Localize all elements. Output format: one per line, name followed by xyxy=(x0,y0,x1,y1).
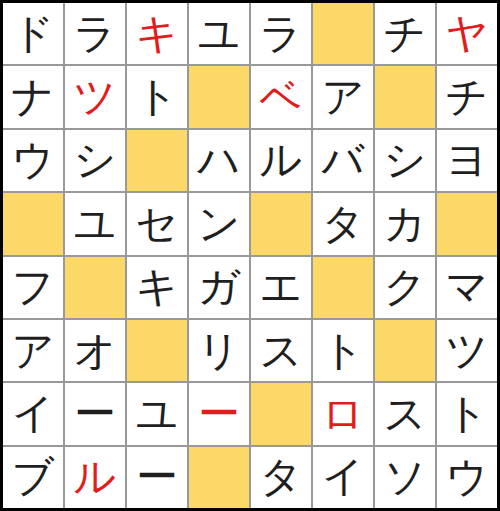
cell-r4c2[interactable]: ユ xyxy=(65,193,125,254)
cell-r1c2[interactable]: ラ xyxy=(65,3,125,64)
cell-r3c7[interactable]: シ xyxy=(375,130,435,191)
cell-r8c3[interactable]: ー xyxy=(127,447,187,508)
cell-letter: ア xyxy=(12,330,55,372)
cell-r2c4 xyxy=(189,66,249,127)
cell-letter: チ xyxy=(384,13,427,55)
cell-r6c5[interactable]: ス xyxy=(251,320,311,381)
cell-letter: ト xyxy=(322,330,365,372)
cell-r5c7[interactable]: ク xyxy=(375,257,435,318)
cell-r3c6[interactable]: バ xyxy=(313,130,373,191)
cell-r5c1[interactable]: フ xyxy=(3,257,63,318)
cell-letter: ブ xyxy=(12,456,55,498)
cell-r6c7 xyxy=(375,320,435,381)
cell-letter: キ xyxy=(136,266,179,308)
cell-letter: キ xyxy=(136,13,179,55)
cell-letter: ロ xyxy=(322,393,365,435)
crossword-board: ドラキユラチヤナツトベアチウシハルバシヨユセンタカフキガエクマアオリストツイーユ… xyxy=(0,0,500,511)
cell-r1c7[interactable]: チ xyxy=(375,3,435,64)
cell-letter: ソ xyxy=(384,456,427,498)
cell-r5c8[interactable]: マ xyxy=(437,257,497,318)
cell-letter: エ xyxy=(260,266,303,308)
cell-letter: ハ xyxy=(198,139,241,181)
cell-r2c3[interactable]: ト xyxy=(127,66,187,127)
cell-r1c6 xyxy=(313,3,373,64)
cell-letter: シ xyxy=(384,139,427,181)
cell-r7c3[interactable]: ユ xyxy=(127,383,187,444)
cell-letter: ラ xyxy=(260,13,303,55)
cell-letter: ガ xyxy=(198,266,241,308)
cell-letter: ト xyxy=(136,76,179,118)
cell-r7c4[interactable]: ー xyxy=(189,383,249,444)
cell-r5c2 xyxy=(65,257,125,318)
cell-letter: リ xyxy=(198,330,241,372)
cell-r3c3 xyxy=(127,130,187,191)
cell-r6c6[interactable]: ト xyxy=(313,320,373,381)
cell-r6c4[interactable]: リ xyxy=(189,320,249,381)
cell-letter: ウ xyxy=(12,139,55,181)
cell-letter: ナ xyxy=(12,76,55,118)
cell-letter: ー xyxy=(198,393,240,435)
cell-r6c2[interactable]: オ xyxy=(65,320,125,381)
cell-letter: ヨ xyxy=(446,139,489,181)
cell-letter: ド xyxy=(12,13,55,55)
cell-r1c1[interactable]: ド xyxy=(3,3,63,64)
cell-r6c8[interactable]: ツ xyxy=(437,320,497,381)
cell-letter: ン xyxy=(198,203,241,245)
cell-r8c5[interactable]: タ xyxy=(251,447,311,508)
cell-letter: シ xyxy=(74,139,117,181)
cell-letter: ユ xyxy=(74,203,117,245)
cell-r5c4[interactable]: ガ xyxy=(189,257,249,318)
cell-r5c6 xyxy=(313,257,373,318)
cell-letter: ウ xyxy=(446,456,489,498)
cell-r7c7[interactable]: ス xyxy=(375,383,435,444)
cell-letter: ユ xyxy=(198,13,241,55)
cell-r7c1[interactable]: イ xyxy=(3,383,63,444)
cell-letter: セ xyxy=(136,203,179,245)
cell-r8c7[interactable]: ソ xyxy=(375,447,435,508)
cell-r7c6[interactable]: ロ xyxy=(313,383,373,444)
cell-r4c1 xyxy=(3,193,63,254)
cell-letter: ツ xyxy=(446,330,489,372)
cell-letter: ル xyxy=(74,456,117,498)
cell-r4c7[interactable]: カ xyxy=(375,193,435,254)
cell-r7c2[interactable]: ー xyxy=(65,383,125,444)
cell-r2c8[interactable]: チ xyxy=(437,66,497,127)
cell-r3c5[interactable]: ル xyxy=(251,130,311,191)
cell-r2c6[interactable]: ア xyxy=(313,66,373,127)
cell-r1c4[interactable]: ユ xyxy=(189,3,249,64)
cell-r2c2[interactable]: ツ xyxy=(65,66,125,127)
cell-letter: ス xyxy=(260,330,303,372)
cell-r6c1[interactable]: ア xyxy=(3,320,63,381)
cell-r4c3[interactable]: セ xyxy=(127,193,187,254)
cell-r3c2[interactable]: シ xyxy=(65,130,125,191)
cell-letter: イ xyxy=(12,393,55,435)
cell-letter: マ xyxy=(446,266,489,308)
cell-r7c5 xyxy=(251,383,311,444)
cell-r8c2[interactable]: ル xyxy=(65,447,125,508)
cell-r4c5 xyxy=(251,193,311,254)
cell-letter: ヤ xyxy=(446,13,489,55)
cell-r5c3[interactable]: キ xyxy=(127,257,187,318)
cell-letter: オ xyxy=(74,330,117,372)
cell-letter: ベ xyxy=(260,76,303,118)
cell-r6c3 xyxy=(127,320,187,381)
cell-r4c6[interactable]: タ xyxy=(313,193,373,254)
cell-letter: ラ xyxy=(74,13,117,55)
cell-r7c8[interactable]: ト xyxy=(437,383,497,444)
cell-letter: カ xyxy=(384,203,427,245)
cell-letter: ア xyxy=(322,76,365,118)
cell-r4c4[interactable]: ン xyxy=(189,193,249,254)
cell-letter: ー xyxy=(136,456,178,498)
cell-letter: チ xyxy=(446,76,489,118)
cell-r8c4 xyxy=(189,447,249,508)
cell-r8c6[interactable]: イ xyxy=(313,447,373,508)
cell-r1c5[interactable]: ラ xyxy=(251,3,311,64)
cell-letter: イ xyxy=(322,456,365,498)
cell-letter: タ xyxy=(260,456,303,498)
cell-letter: ス xyxy=(384,393,427,435)
cell-r3c8[interactable]: ヨ xyxy=(437,130,497,191)
cell-letter: ル xyxy=(260,139,303,181)
cell-letter: ト xyxy=(446,393,489,435)
cell-letter: タ xyxy=(322,203,365,245)
cell-r2c5[interactable]: ベ xyxy=(251,66,311,127)
cell-r3c1[interactable]: ウ xyxy=(3,130,63,191)
cell-r2c7 xyxy=(375,66,435,127)
cell-r4c8 xyxy=(437,193,497,254)
cell-r3c4[interactable]: ハ xyxy=(189,130,249,191)
cell-letter: ツ xyxy=(74,76,117,118)
cell-letter: ク xyxy=(384,266,427,308)
cell-letter: バ xyxy=(322,139,365,181)
cell-letter: ユ xyxy=(136,393,179,435)
cell-letter: フ xyxy=(12,266,55,308)
cell-r1c8[interactable]: ヤ xyxy=(437,3,497,64)
cell-r8c1[interactable]: ブ xyxy=(3,447,63,508)
cell-r1c3[interactable]: キ xyxy=(127,3,187,64)
cell-r5c5[interactable]: エ xyxy=(251,257,311,318)
cell-r2c1[interactable]: ナ xyxy=(3,66,63,127)
cell-letter: ー xyxy=(74,393,116,435)
cell-r8c8[interactable]: ウ xyxy=(437,447,497,508)
